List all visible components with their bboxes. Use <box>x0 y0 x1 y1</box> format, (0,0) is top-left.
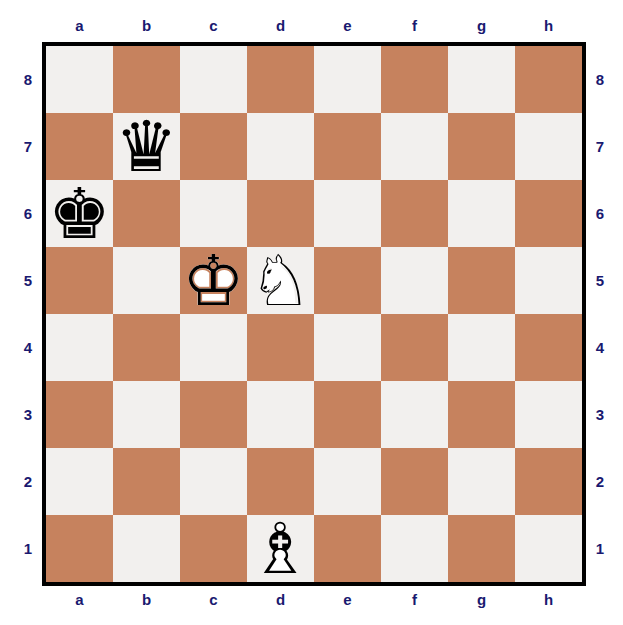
file-labels-top: abcdefgh <box>46 12 582 38</box>
white-king-icon: ♔ <box>180 246 247 316</box>
square-e4[interactable] <box>314 314 381 381</box>
square-f2[interactable] <box>381 448 448 515</box>
square-f4[interactable] <box>381 314 448 381</box>
file-label-h-bottom: h <box>515 586 582 612</box>
rank-label-3-right: 3 <box>586 381 614 448</box>
square-g5[interactable] <box>448 247 515 314</box>
square-b2[interactable] <box>113 448 180 515</box>
square-g3[interactable] <box>448 381 515 448</box>
file-label-f-top: f <box>381 12 448 38</box>
square-f8[interactable] <box>381 46 448 113</box>
square-f1[interactable] <box>381 515 448 582</box>
square-h4[interactable] <box>515 314 582 381</box>
file-label-e-top: e <box>314 12 381 38</box>
square-g7[interactable] <box>448 113 515 180</box>
square-d4[interactable] <box>247 314 314 381</box>
rank-label-2-left: 2 <box>14 448 42 515</box>
file-label-c-top: c <box>180 12 247 38</box>
rank-label-6-right: 6 <box>586 180 614 247</box>
rank-labels-left: 87654321 <box>14 46 42 582</box>
square-d5[interactable]: ♞♘ <box>247 247 314 314</box>
square-g4[interactable] <box>448 314 515 381</box>
square-d8[interactable] <box>247 46 314 113</box>
square-e8[interactable] <box>314 46 381 113</box>
square-g6[interactable] <box>448 180 515 247</box>
rank-label-7-right: 7 <box>586 113 614 180</box>
file-label-b-top: b <box>113 12 180 38</box>
rank-labels-right: 87654321 <box>586 46 614 582</box>
rank-label-1-left: 1 <box>14 515 42 582</box>
square-h6[interactable] <box>515 180 582 247</box>
square-d7[interactable] <box>247 113 314 180</box>
file-label-g-top: g <box>448 12 515 38</box>
square-h8[interactable] <box>515 46 582 113</box>
square-b7[interactable]: ♛ <box>113 113 180 180</box>
square-a3[interactable] <box>46 381 113 448</box>
square-f6[interactable] <box>381 180 448 247</box>
piece-black-king[interactable]: ♚ <box>46 180 113 247</box>
square-a6[interactable]: ♚ <box>46 180 113 247</box>
file-label-d-top: d <box>247 12 314 38</box>
rank-label-4-left: 4 <box>14 314 42 381</box>
square-b4[interactable] <box>113 314 180 381</box>
black-queen-icon: ♛ <box>113 112 180 182</box>
file-label-a-top: a <box>46 12 113 38</box>
rank-label-6-left: 6 <box>14 180 42 247</box>
square-d6[interactable] <box>247 180 314 247</box>
square-b8[interactable] <box>113 46 180 113</box>
square-f3[interactable] <box>381 381 448 448</box>
rank-label-5-left: 5 <box>14 247 42 314</box>
black-king-icon: ♚ <box>46 179 113 249</box>
chess-board: ♛♚♚♔♞♘♝♗ <box>42 42 586 586</box>
square-h1[interactable] <box>515 515 582 582</box>
square-c1[interactable] <box>180 515 247 582</box>
square-e6[interactable] <box>314 180 381 247</box>
piece-white-king[interactable]: ♚♔ <box>180 247 247 314</box>
square-h7[interactable] <box>515 113 582 180</box>
square-a1[interactable] <box>46 515 113 582</box>
square-g8[interactable] <box>448 46 515 113</box>
square-a2[interactable] <box>46 448 113 515</box>
rank-label-8-right: 8 <box>586 46 614 113</box>
square-e5[interactable] <box>314 247 381 314</box>
square-d2[interactable] <box>247 448 314 515</box>
piece-white-knight[interactable]: ♞♘ <box>247 247 314 314</box>
rank-label-7-left: 7 <box>14 113 42 180</box>
square-a7[interactable] <box>46 113 113 180</box>
square-a8[interactable] <box>46 46 113 113</box>
white-bishop-icon: ♗ <box>247 514 314 584</box>
square-c7[interactable] <box>180 113 247 180</box>
square-g2[interactable] <box>448 448 515 515</box>
rank-label-4-right: 4 <box>586 314 614 381</box>
square-e1[interactable] <box>314 515 381 582</box>
file-labels-bottom: abcdefgh <box>46 586 582 612</box>
rank-label-2-right: 2 <box>586 448 614 515</box>
square-c4[interactable] <box>180 314 247 381</box>
file-label-e-bottom: e <box>314 586 381 612</box>
square-g1[interactable] <box>448 515 515 582</box>
square-e7[interactable] <box>314 113 381 180</box>
square-a5[interactable] <box>46 247 113 314</box>
square-h5[interactable] <box>515 247 582 314</box>
file-label-g-bottom: g <box>448 586 515 612</box>
piece-black-queen[interactable]: ♛ <box>113 113 180 180</box>
square-e3[interactable] <box>314 381 381 448</box>
file-label-c-bottom: c <box>180 586 247 612</box>
square-b6[interactable] <box>113 180 180 247</box>
square-c2[interactable] <box>180 448 247 515</box>
file-label-d-bottom: d <box>247 586 314 612</box>
square-c5[interactable]: ♚♔ <box>180 247 247 314</box>
square-e2[interactable] <box>314 448 381 515</box>
rank-label-5-right: 5 <box>586 247 614 314</box>
square-b1[interactable] <box>113 515 180 582</box>
file-label-f-bottom: f <box>381 586 448 612</box>
piece-white-bishop[interactable]: ♝♗ <box>247 515 314 582</box>
square-a4[interactable] <box>46 314 113 381</box>
square-b3[interactable] <box>113 381 180 448</box>
chess-diagram: abcdefgh 87654321 87654321 abcdefgh ♛♚♚♔… <box>0 0 623 625</box>
square-f7[interactable] <box>381 113 448 180</box>
square-h3[interactable] <box>515 381 582 448</box>
file-label-b-bottom: b <box>113 586 180 612</box>
rank-label-1-right: 1 <box>586 515 614 582</box>
file-label-h-top: h <box>515 12 582 38</box>
square-f5[interactable] <box>381 247 448 314</box>
file-label-a-bottom: a <box>46 586 113 612</box>
rank-label-3-left: 3 <box>14 381 42 448</box>
square-c3[interactable] <box>180 381 247 448</box>
square-b5[interactable] <box>113 247 180 314</box>
square-h2[interactable] <box>515 448 582 515</box>
white-knight-icon: ♘ <box>247 246 314 316</box>
square-c8[interactable] <box>180 46 247 113</box>
square-d3[interactable] <box>247 381 314 448</box>
square-d1[interactable]: ♝♗ <box>247 515 314 582</box>
rank-label-8-left: 8 <box>14 46 42 113</box>
square-c6[interactable] <box>180 180 247 247</box>
